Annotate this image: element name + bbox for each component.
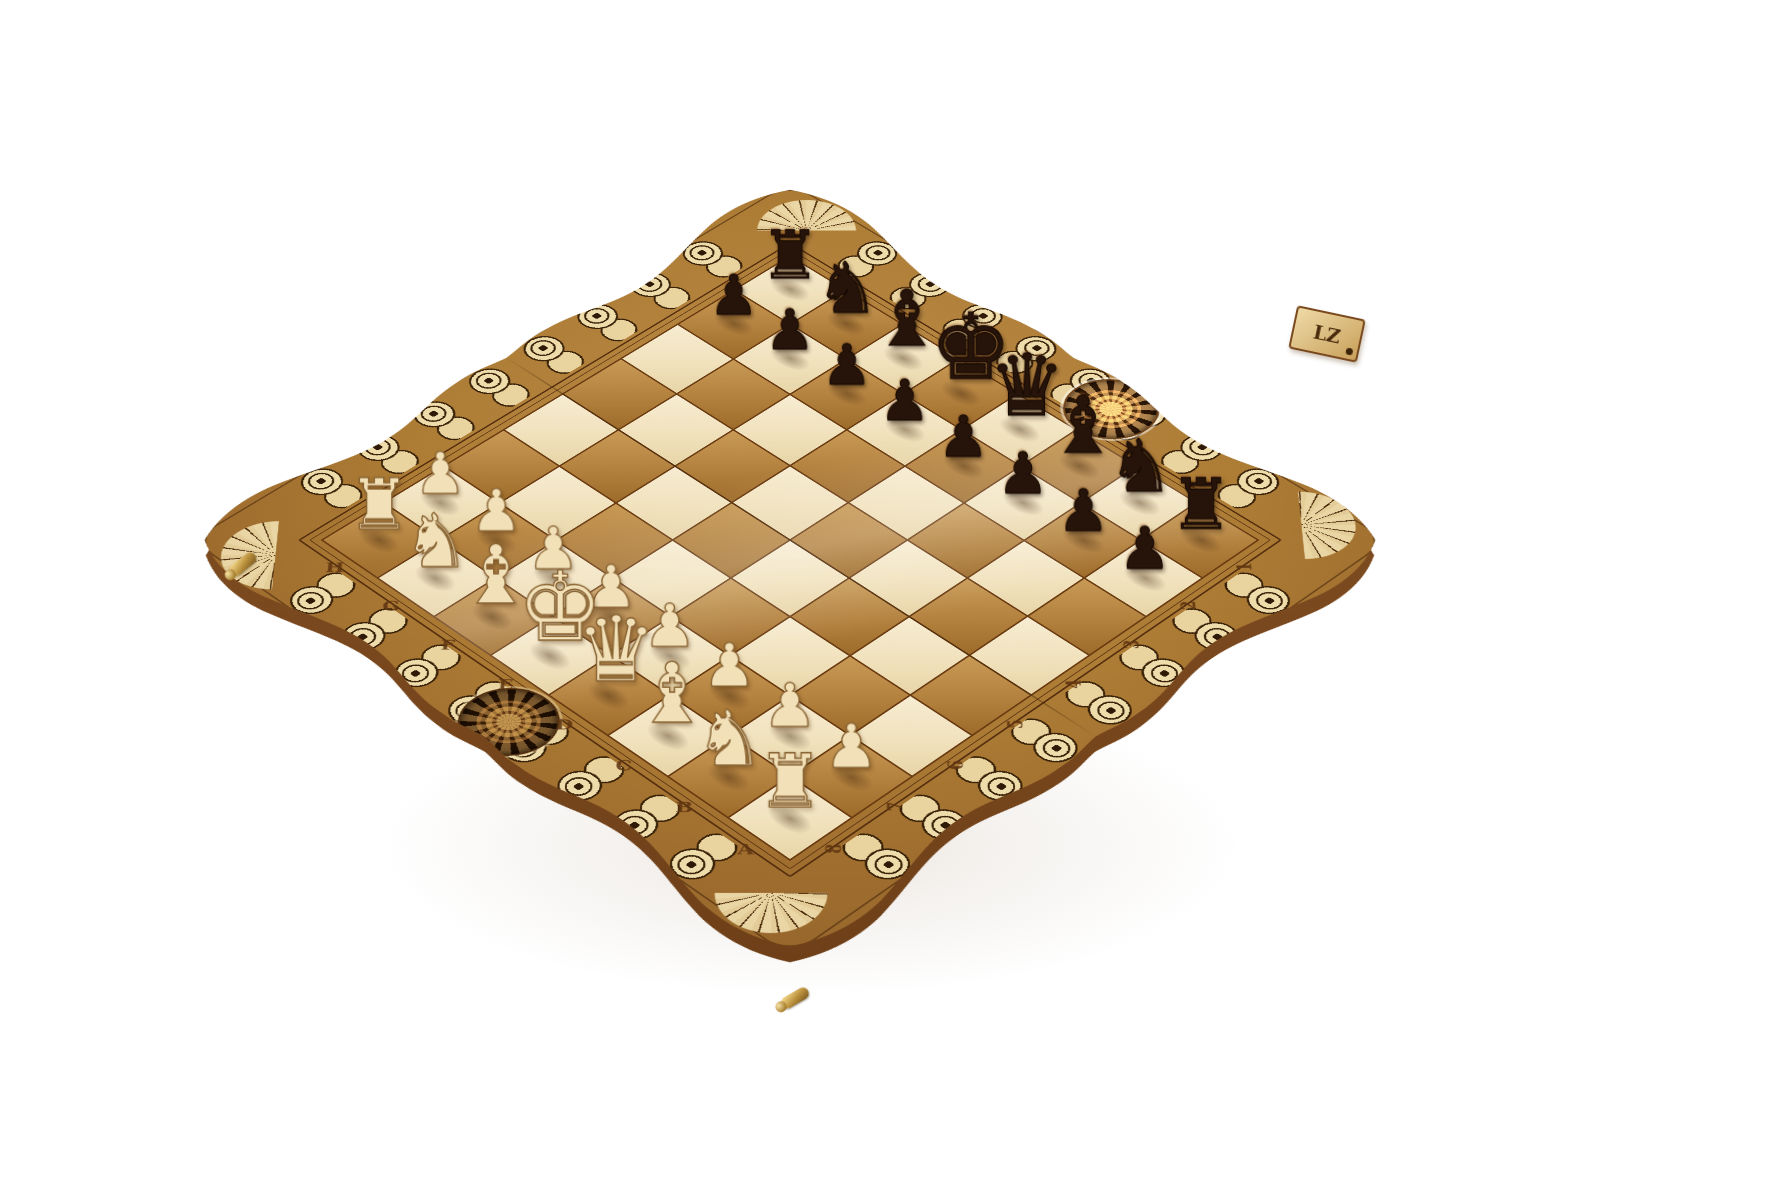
scroll-ornament-motif <box>565 296 649 348</box>
scroll-ornament-motif <box>655 826 748 890</box>
rank-label-5: 5 <box>1003 719 1028 729</box>
rank-label-3: 3 <box>1119 639 1144 648</box>
scroll-ornament-motif <box>879 264 962 315</box>
scroll-ornament-motif <box>1206 460 1292 515</box>
scroll-ornament-motif <box>1055 674 1146 734</box>
scroll-ornament-motif <box>345 426 431 480</box>
scroll-ornament-motif <box>543 749 635 811</box>
corner-acanthus-ornament <box>750 196 863 231</box>
scroll-ornament-motif <box>1001 711 1093 772</box>
scroll-ornament-motif <box>889 787 982 850</box>
scroll-ornament-motif <box>832 826 925 890</box>
scroll-ornament-motif <box>945 749 1037 811</box>
scroll-ornament-motif <box>670 233 753 283</box>
file-label-C: C <box>615 757 632 774</box>
rank-label-2: 2 <box>1176 601 1201 610</box>
maker-tag: LZ <box>1288 305 1366 363</box>
scroll-ornament-motif <box>1109 637 1199 696</box>
rank-label-1: 1 <box>1232 562 1257 571</box>
file-label-B: B <box>675 798 693 815</box>
rank-label-6: 6 <box>943 760 968 770</box>
file-label-H: H <box>324 559 344 575</box>
scroll-ornament-motif <box>456 360 541 413</box>
scroll-ornament-motif <box>985 328 1069 380</box>
rank-label-8: 8 <box>821 843 847 853</box>
file-label-G: G <box>381 598 400 614</box>
file-label-A: A <box>737 840 754 857</box>
scroll-ornament-motif <box>1215 565 1304 623</box>
scroll-ornament-motif <box>1150 426 1236 480</box>
scroll-ornament-motif <box>1162 601 1252 659</box>
rank-label-4: 4 <box>1061 679 1086 688</box>
chess-set-product-photo: HGFEDCBA 87654321 ♜♞♝♚♛♝♞♜♟♟♟♟♟♟♟♟♟♟♟♟♟♟… <box>0 0 1792 1200</box>
tag-hole <box>1345 347 1353 355</box>
scroll-ornament-motif <box>288 460 374 515</box>
scroll-ornament-motif <box>276 565 365 623</box>
file-label-F: F <box>440 637 456 653</box>
maker-tag-monogram: LZ <box>1311 320 1342 347</box>
scroll-ornament-motif <box>618 264 701 315</box>
scroll-ornament-motif <box>511 328 595 380</box>
scroll-ornament-motif <box>381 637 471 696</box>
scroll-ornament-motif <box>932 296 1016 348</box>
scroll-ornament-motif <box>328 601 418 659</box>
scroll-ornament-motif <box>827 233 910 283</box>
scroll-ornament-motif <box>598 787 691 850</box>
rank-label-7: 7 <box>883 801 908 811</box>
scroll-ornament-motif <box>401 393 486 447</box>
corner-acanthus-ornament <box>1297 487 1367 564</box>
